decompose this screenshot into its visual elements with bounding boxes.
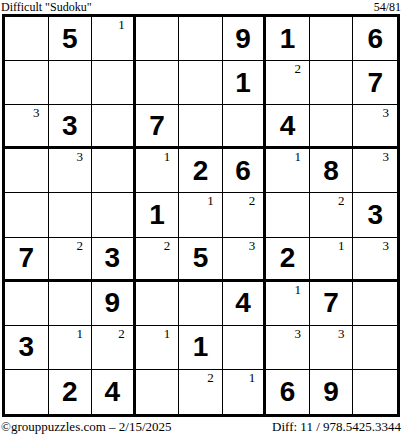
cell-value: 4	[105, 378, 121, 406]
pencil-mark: 3	[383, 149, 390, 164]
cell-r5c7	[266, 193, 310, 237]
cell-r4c8: 8	[310, 149, 354, 193]
cell-value: 9	[323, 378, 339, 406]
cell-value: 6	[235, 157, 251, 185]
cell-r4c7: 1	[266, 149, 310, 193]
cell-r7c4	[136, 282, 180, 326]
cell-r3c5	[179, 105, 223, 149]
puzzle-title: Difficult "Sudoku"	[1, 1, 92, 14]
cell-r4c5: 2	[179, 149, 223, 193]
cell-value: 7	[149, 112, 165, 140]
cell-value: 5	[62, 25, 78, 53]
cell-r4c2: 3	[49, 149, 93, 193]
cell-r1c1	[5, 17, 49, 61]
puzzle-header: Difficult "Sudoku" 54/81	[0, 0, 403, 14]
cell-value: 3	[62, 112, 78, 140]
pencil-mark: 3	[33, 105, 40, 120]
pencil-mark: 2	[338, 193, 345, 208]
cell-r8c4: 1	[136, 326, 180, 370]
cell-value: 3	[18, 333, 34, 361]
cell-r6c1: 7	[5, 238, 49, 282]
cell-r4c1	[5, 149, 49, 193]
cell-value: 2	[62, 378, 78, 406]
cell-r1c2: 5	[49, 17, 93, 61]
cell-value: 9	[235, 25, 251, 53]
pencil-mark: 3	[77, 149, 84, 164]
cell-r4c9: 3	[353, 149, 397, 193]
cell-r7c7: 1	[266, 282, 310, 326]
cell-value: 7	[18, 244, 34, 272]
cell-value: 5	[193, 244, 209, 272]
cell-r8c5: 1	[179, 326, 223, 370]
cell-r8c3: 2	[92, 326, 136, 370]
cell-value: 7	[367, 69, 383, 97]
cell-r9c7: 6	[266, 370, 310, 414]
cell-r4c4: 1	[136, 149, 180, 193]
pencil-mark: 3	[338, 326, 345, 341]
cell-r6c7: 2	[266, 238, 310, 282]
cell-r6c9: 3	[353, 238, 397, 282]
cell-r1c6: 9	[223, 17, 267, 61]
cell-value: 3	[105, 244, 121, 272]
cell-r3c1: 3	[5, 105, 49, 149]
cell-r6c8: 1	[310, 238, 354, 282]
cell-value: 9	[105, 289, 121, 317]
cell-r4c3	[92, 149, 136, 193]
cell-r8c8: 3	[310, 326, 354, 370]
cell-r3c4: 7	[136, 105, 180, 149]
pencil-mark: 1	[294, 149, 301, 164]
pencil-mark: 2	[207, 370, 214, 385]
cell-value: 2	[193, 157, 209, 185]
cell-value: 2	[280, 244, 296, 272]
cell-r6c6: 3	[223, 238, 267, 282]
cell-value: 1	[149, 201, 165, 229]
pencil-mark: 1	[118, 17, 125, 32]
cell-r2c8	[310, 61, 354, 105]
cell-r2c1	[5, 61, 49, 105]
cell-r3c7: 4	[266, 105, 310, 149]
cell-value: 4	[235, 289, 251, 317]
cell-r7c3: 9	[92, 282, 136, 326]
cell-r2c9: 7	[353, 61, 397, 105]
copyright-date: ©grouppuzzles.com – 2/15/2025	[1, 419, 172, 434]
pencil-mark: 2	[249, 193, 256, 208]
pencil-mark: 1	[294, 282, 301, 297]
cell-r8c2: 1	[49, 326, 93, 370]
cell-r1c9: 6	[353, 17, 397, 61]
cell-r2c6: 1	[223, 61, 267, 105]
cell-r5c2	[49, 193, 93, 237]
cell-r3c9: 3	[353, 105, 397, 149]
cell-r7c2	[49, 282, 93, 326]
pencil-mark: 1	[164, 326, 171, 341]
pencil-mark: 1	[207, 193, 214, 208]
cell-value: 1	[280, 25, 296, 53]
cell-value: 4	[280, 112, 296, 140]
cell-r3c2: 3	[49, 105, 93, 149]
difficulty-id: Diff: 11 / 978.5425.3344	[272, 419, 401, 434]
cell-value: 3	[367, 201, 383, 229]
pencil-mark: 1	[77, 326, 84, 341]
cell-value: 6	[280, 378, 296, 406]
cell-r5c6: 2	[223, 193, 267, 237]
pencil-mark: 3	[294, 326, 301, 341]
sudoku-board: 5191612733743312618311223723253213941731…	[2, 14, 400, 417]
cell-r3c3	[92, 105, 136, 149]
cell-r1c3: 1	[92, 17, 136, 61]
cell-r6c5: 5	[179, 238, 223, 282]
cell-r5c3	[92, 193, 136, 237]
cell-r8c9	[353, 326, 397, 370]
pencil-mark: 1	[164, 149, 171, 164]
cell-value: 6	[367, 25, 383, 53]
cell-value: 7	[323, 289, 339, 317]
cell-r8c6	[223, 326, 267, 370]
cell-r9c1	[5, 370, 49, 414]
cell-r1c4	[136, 17, 180, 61]
cell-r6c2: 2	[49, 238, 93, 282]
cell-value: 8	[323, 157, 339, 185]
cell-r7c9	[353, 282, 397, 326]
cell-r9c2: 2	[49, 370, 93, 414]
cell-r5c4: 1	[136, 193, 180, 237]
pencil-mark: 3	[383, 238, 390, 253]
cell-r9c3: 4	[92, 370, 136, 414]
cell-r2c7: 2	[266, 61, 310, 105]
cell-r7c6: 4	[223, 282, 267, 326]
cell-r5c8: 2	[310, 193, 354, 237]
cell-r3c8	[310, 105, 354, 149]
cell-r9c8: 9	[310, 370, 354, 414]
pencil-mark: 2	[294, 61, 301, 76]
cell-r8c7: 3	[266, 326, 310, 370]
cell-r4c6: 6	[223, 149, 267, 193]
cell-r9c5: 2	[179, 370, 223, 414]
cell-r8c1: 3	[5, 326, 49, 370]
pencil-mark: 2	[118, 326, 125, 341]
cell-r2c4	[136, 61, 180, 105]
puzzle-page: Difficult "Sudoku" 54/81 519161273374331…	[0, 0, 403, 437]
cell-r7c8: 7	[310, 282, 354, 326]
cell-r2c2	[49, 61, 93, 105]
cell-r5c9: 3	[353, 193, 397, 237]
cell-r9c4	[136, 370, 180, 414]
pencil-mark: 1	[338, 238, 345, 253]
cell-r7c5	[179, 282, 223, 326]
pencil-mark: 2	[164, 238, 171, 253]
empty-cell-counter: 54/81	[374, 1, 401, 14]
cell-r1c5	[179, 17, 223, 61]
cell-r6c4: 2	[136, 238, 180, 282]
cell-r1c7: 1	[266, 17, 310, 61]
cell-r2c5	[179, 61, 223, 105]
cell-r2c3	[92, 61, 136, 105]
cell-r5c5: 1	[179, 193, 223, 237]
cell-r1c8	[310, 17, 354, 61]
cell-r9c9	[353, 370, 397, 414]
pencil-mark: 1	[249, 370, 256, 385]
pencil-mark: 3	[249, 238, 256, 253]
cell-r5c1	[5, 193, 49, 237]
pencil-mark: 2	[77, 238, 84, 253]
pencil-mark: 3	[383, 105, 390, 120]
cell-r9c6: 1	[223, 370, 267, 414]
cell-value: 1	[235, 69, 251, 97]
cell-value: 1	[193, 333, 209, 361]
cell-r3c6	[223, 105, 267, 149]
cell-r6c3: 3	[92, 238, 136, 282]
cell-r7c1	[5, 282, 49, 326]
puzzle-footer: ©grouppuzzles.com – 2/15/2025 Diff: 11 /…	[0, 417, 403, 434]
